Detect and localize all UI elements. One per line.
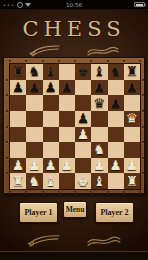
- square-a3[interactable]: [10, 142, 26, 158]
- square-e1[interactable]: ♚: [75, 173, 91, 189]
- square-h1[interactable]: ♜: [124, 173, 140, 189]
- nail-dot: [9, 60, 11, 62]
- square-c5[interactable]: [43, 111, 59, 127]
- board-frame: ♜♞♝♚♝♞♜♟♟♟♟♟♟♛♟♟♛♟♞♟♟♟♟♟♟♟♜♞♝♚♝♜: [3, 57, 145, 194]
- white-knight-piece: ♞: [93, 142, 105, 157]
- white-pawn-piece: ♟: [61, 158, 73, 173]
- white-pawn-piece: ♟: [28, 158, 40, 173]
- black-pawn-piece: ♟: [28, 80, 40, 95]
- nail-dot: [6, 79, 8, 81]
- square-h7[interactable]: ♟: [124, 80, 140, 96]
- flourish-left-icon: [28, 44, 62, 57]
- bottom-bar: [0, 251, 148, 260]
- square-h3[interactable]: [124, 142, 140, 158]
- nail-dot: [142, 141, 144, 143]
- square-a7[interactable]: ♟: [10, 80, 26, 96]
- nail-dot: [9, 191, 11, 193]
- square-f8[interactable]: ♝: [91, 64, 107, 80]
- black-pawn-piece: ♟: [126, 80, 138, 95]
- square-f4[interactable]: [91, 127, 107, 143]
- square-h8[interactable]: ♜: [124, 64, 140, 80]
- nail-dot: [6, 110, 8, 112]
- square-a6[interactable]: [10, 95, 26, 111]
- black-queen-piece: ♛: [93, 96, 105, 111]
- black-king-piece: ♚: [77, 64, 89, 79]
- white-knight-piece: ♞: [28, 174, 40, 189]
- nail-dot: [25, 60, 27, 62]
- square-g7[interactable]: [108, 80, 124, 96]
- black-knight-piece: ♞: [28, 64, 40, 79]
- square-a5[interactable]: [10, 111, 26, 127]
- flourish-bottom-left-icon: [26, 233, 62, 248]
- square-f7[interactable]: ♟: [91, 80, 107, 96]
- nail-dot: [6, 141, 8, 143]
- square-a8[interactable]: ♜: [10, 64, 26, 80]
- nail-dot: [142, 94, 144, 96]
- square-h6[interactable]: [124, 95, 140, 111]
- square-d2[interactable]: ♟: [59, 158, 75, 174]
- white-bishop-piece: ♝: [93, 174, 105, 189]
- black-knight-piece: ♞: [110, 64, 122, 79]
- square-f2[interactable]: ♟: [91, 158, 107, 174]
- square-d5[interactable]: [59, 111, 75, 127]
- square-g5[interactable]: [108, 111, 124, 127]
- square-g2[interactable]: ♟: [108, 158, 124, 174]
- square-g6[interactable]: ♟: [108, 95, 124, 111]
- white-king-piece: ♚: [77, 174, 89, 189]
- square-b2[interactable]: ♟: [26, 158, 42, 174]
- square-g3[interactable]: [108, 142, 124, 158]
- nail-dot: [42, 60, 44, 62]
- square-g8[interactable]: ♞: [108, 64, 124, 80]
- square-e4[interactable]: ♟: [75, 127, 91, 143]
- white-rook-piece: ♜: [126, 174, 138, 189]
- chess-app: ••• 10:56 CHESS ♜♞♝♚♝♞♜♟♟♟♟♟♟♛♟♟♛♟♞♟♟♟♟♟…: [0, 0, 148, 260]
- square-f5[interactable]: [91, 111, 107, 127]
- square-b1[interactable]: ♞: [26, 173, 42, 189]
- player2-button[interactable]: Player 2: [95, 202, 134, 223]
- square-e3[interactable]: [75, 142, 91, 158]
- chess-board: ♜♞♝♚♝♞♜♟♟♟♟♟♟♛♟♟♛♟♞♟♟♟♟♟♟♟♜♞♝♚♝♜: [9, 63, 141, 190]
- battery-icon: [134, 2, 145, 7]
- status-bar: ••• 10:56: [0, 0, 148, 10]
- nail-dot: [107, 191, 109, 193]
- nail-dot: [6, 126, 8, 128]
- square-c2[interactable]: ♟: [43, 158, 59, 174]
- square-d7[interactable]: ♟: [59, 80, 75, 96]
- nail-dot: [142, 126, 144, 128]
- white-rook-piece: ♜: [12, 174, 24, 189]
- square-h2[interactable]: ♟: [124, 158, 140, 174]
- square-b7[interactable]: ♟: [26, 80, 42, 96]
- square-b5[interactable]: [26, 111, 42, 127]
- square-d1[interactable]: [59, 173, 75, 189]
- black-bishop-piece: ♝: [45, 64, 57, 79]
- nail-dot: [90, 191, 92, 193]
- square-c4[interactable]: [43, 127, 59, 143]
- square-d8[interactable]: [59, 64, 75, 80]
- black-pawn-piece: ♟: [93, 80, 105, 95]
- square-g1[interactable]: [108, 173, 124, 189]
- square-a1[interactable]: ♜: [10, 173, 26, 189]
- white-pawn-piece: ♟: [45, 158, 57, 173]
- nail-dot: [123, 191, 125, 193]
- square-e5[interactable]: ♟: [75, 111, 91, 127]
- square-c6[interactable]: [43, 95, 59, 111]
- nail-dot: [123, 60, 125, 62]
- square-e7[interactable]: [75, 80, 91, 96]
- square-d4[interactable]: [59, 127, 75, 143]
- square-b6[interactable]: [26, 95, 42, 111]
- nail-dot: [58, 60, 60, 62]
- square-f6[interactable]: ♛: [91, 95, 107, 111]
- nail-dot: [139, 191, 141, 193]
- nail-dot: [142, 79, 144, 81]
- menu-button[interactable]: Menu: [63, 201, 87, 218]
- nail-dot: [142, 157, 144, 159]
- nail-dot: [42, 191, 44, 193]
- nail-dot: [107, 60, 109, 62]
- nail-dot: [142, 172, 144, 174]
- black-pawn-piece: ♟: [45, 80, 57, 95]
- white-pawn-piece: ♟: [12, 158, 24, 173]
- square-d6[interactable]: [59, 95, 75, 111]
- square-b4[interactable]: [26, 127, 42, 143]
- square-d3[interactable]: [59, 142, 75, 158]
- nail-dot: [139, 60, 141, 62]
- page-title: CHESS: [0, 16, 148, 42]
- square-a2[interactable]: ♟: [10, 158, 26, 174]
- square-f3[interactable]: ♞: [91, 142, 107, 158]
- square-h5[interactable]: ♛: [124, 111, 140, 127]
- white-queen-piece: ♛: [126, 111, 138, 126]
- white-pawn-piece: ♟: [126, 158, 138, 173]
- square-c8[interactable]: ♝: [43, 64, 59, 80]
- white-pawn-piece: ♟: [77, 127, 89, 142]
- square-c7[interactable]: ♟: [43, 80, 59, 96]
- nail-dot: [6, 172, 8, 174]
- black-rook-piece: ♜: [12, 64, 24, 79]
- square-b3[interactable]: [26, 142, 42, 158]
- player1-button[interactable]: Player 1: [19, 202, 58, 223]
- square-b8[interactable]: ♞: [26, 64, 42, 80]
- square-e6[interactable]: [75, 95, 91, 111]
- nail-dot: [6, 94, 8, 96]
- nail-dot: [74, 191, 76, 193]
- flourish-right-icon: [86, 44, 120, 57]
- nail-dot: [58, 191, 60, 193]
- nail-dot: [142, 110, 144, 112]
- white-pawn-piece: ♟: [110, 158, 122, 173]
- square-c3[interactable]: [43, 142, 59, 158]
- black-pawn-piece: ♟: [77, 111, 89, 126]
- square-e2[interactable]: [75, 158, 91, 174]
- nail-dot: [25, 191, 27, 193]
- square-e8[interactable]: ♚: [75, 64, 91, 80]
- square-c1[interactable]: ♝: [43, 173, 59, 189]
- black-pawn-piece: ♟: [110, 96, 122, 111]
- black-rook-piece: ♜: [126, 64, 138, 79]
- square-g4[interactable]: [108, 127, 124, 143]
- white-pawn-piece: ♟: [93, 158, 105, 173]
- square-h4[interactable]: [124, 127, 140, 143]
- black-bishop-piece: ♝: [93, 64, 105, 79]
- black-pawn-piece: ♟: [12, 80, 24, 95]
- status-time: 10:56: [0, 0, 148, 10]
- nail-dot: [74, 60, 76, 62]
- nail-dot: [90, 60, 92, 62]
- black-pawn-piece: ♟: [61, 80, 73, 95]
- flourish-bottom-right-icon: [86, 233, 122, 248]
- square-a4[interactable]: [10, 127, 26, 143]
- square-f1[interactable]: ♝: [91, 173, 107, 189]
- white-bishop-piece: ♝: [45, 174, 57, 189]
- nail-dot: [6, 157, 8, 159]
